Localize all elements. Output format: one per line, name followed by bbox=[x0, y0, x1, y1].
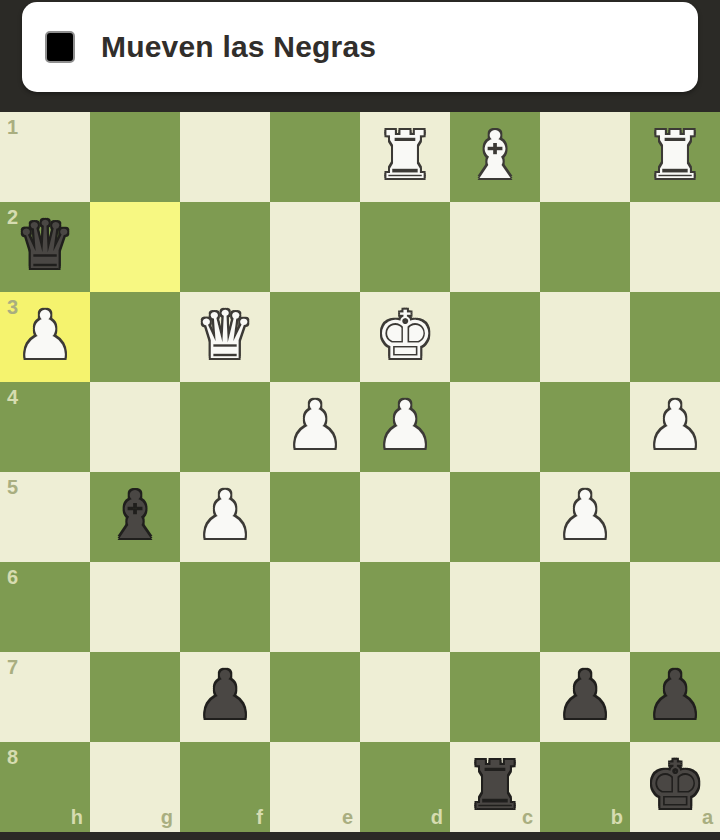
file-label-h: h bbox=[71, 806, 83, 829]
square-g2[interactable] bbox=[90, 202, 180, 292]
file-label-g: g bbox=[161, 806, 173, 829]
piece-white-pawn-d4[interactable]: ♟ bbox=[360, 382, 450, 472]
square-c8[interactable]: c♜ bbox=[450, 742, 540, 832]
square-g7[interactable] bbox=[90, 652, 180, 742]
square-e2[interactable] bbox=[270, 202, 360, 292]
square-c2[interactable] bbox=[450, 202, 540, 292]
square-g5[interactable]: ♝ bbox=[90, 472, 180, 562]
square-f1[interactable] bbox=[180, 112, 270, 202]
rank-label-8: 8 bbox=[7, 746, 18, 769]
piece-black-bishop-g5[interactable]: ♝ bbox=[90, 472, 180, 562]
piece-black-pawn-f7[interactable]: ♟ bbox=[180, 652, 270, 742]
square-e4[interactable]: ♟ bbox=[270, 382, 360, 472]
square-a1[interactable]: ♜ bbox=[630, 112, 720, 202]
chess-board: 1♜♝♜2♛3♟♛♚4♟♟♟5♝♟♟67♟♟♟8hgfedc♜ba♚ bbox=[0, 112, 720, 832]
rank-label-7: 7 bbox=[7, 656, 18, 679]
piece-white-bishop-c1[interactable]: ♝ bbox=[450, 112, 540, 202]
square-b5[interactable]: ♟ bbox=[540, 472, 630, 562]
square-f3[interactable]: ♛ bbox=[180, 292, 270, 382]
square-h6[interactable]: 6 bbox=[0, 562, 90, 652]
square-d7[interactable] bbox=[360, 652, 450, 742]
square-h3[interactable]: 3♟ bbox=[0, 292, 90, 382]
square-b4[interactable] bbox=[540, 382, 630, 472]
square-f8[interactable]: f bbox=[180, 742, 270, 832]
square-h1[interactable]: 1 bbox=[0, 112, 90, 202]
square-b2[interactable] bbox=[540, 202, 630, 292]
square-h8[interactable]: 8h bbox=[0, 742, 90, 832]
square-g1[interactable] bbox=[90, 112, 180, 202]
square-h7[interactable]: 7 bbox=[0, 652, 90, 742]
piece-white-pawn-f5[interactable]: ♟ bbox=[180, 472, 270, 562]
square-b6[interactable] bbox=[540, 562, 630, 652]
piece-white-queen-f3[interactable]: ♛ bbox=[180, 292, 270, 382]
file-label-f: f bbox=[256, 806, 263, 829]
square-f4[interactable] bbox=[180, 382, 270, 472]
square-e6[interactable] bbox=[270, 562, 360, 652]
square-f7[interactable]: ♟ bbox=[180, 652, 270, 742]
square-h5[interactable]: 5 bbox=[0, 472, 90, 562]
square-d5[interactable] bbox=[360, 472, 450, 562]
square-c7[interactable] bbox=[450, 652, 540, 742]
square-e5[interactable] bbox=[270, 472, 360, 562]
file-label-b: b bbox=[611, 806, 623, 829]
piece-black-pawn-a7[interactable]: ♟ bbox=[630, 652, 720, 742]
file-label-d: d bbox=[431, 806, 443, 829]
square-c5[interactable] bbox=[450, 472, 540, 562]
square-g8[interactable]: g bbox=[90, 742, 180, 832]
square-b8[interactable]: b bbox=[540, 742, 630, 832]
square-a6[interactable] bbox=[630, 562, 720, 652]
square-a3[interactable] bbox=[630, 292, 720, 382]
square-f6[interactable] bbox=[180, 562, 270, 652]
piece-white-rook-d1[interactable]: ♜ bbox=[360, 112, 450, 202]
piece-black-pawn-b7[interactable]: ♟ bbox=[540, 652, 630, 742]
square-f2[interactable] bbox=[180, 202, 270, 292]
square-c1[interactable]: ♝ bbox=[450, 112, 540, 202]
square-f5[interactable]: ♟ bbox=[180, 472, 270, 562]
turn-banner: Mueven las Negras bbox=[22, 2, 698, 92]
square-b3[interactable] bbox=[540, 292, 630, 382]
square-c6[interactable] bbox=[450, 562, 540, 652]
piece-white-pawn-b5[interactable]: ♟ bbox=[540, 472, 630, 562]
square-e7[interactable] bbox=[270, 652, 360, 742]
rank-label-6: 6 bbox=[7, 566, 18, 589]
black-turn-icon bbox=[45, 31, 75, 63]
piece-white-pawn-h3[interactable]: ♟ bbox=[0, 292, 90, 382]
square-g6[interactable] bbox=[90, 562, 180, 652]
square-e1[interactable] bbox=[270, 112, 360, 202]
square-b1[interactable] bbox=[540, 112, 630, 202]
square-a5[interactable] bbox=[630, 472, 720, 562]
square-d3[interactable]: ♚ bbox=[360, 292, 450, 382]
piece-black-queen-h2[interactable]: ♛ bbox=[0, 202, 90, 292]
square-d8[interactable]: d bbox=[360, 742, 450, 832]
square-c3[interactable] bbox=[450, 292, 540, 382]
square-a2[interactable] bbox=[630, 202, 720, 292]
square-d6[interactable] bbox=[360, 562, 450, 652]
square-g4[interactable] bbox=[90, 382, 180, 472]
turn-banner-label: Mueven las Negras bbox=[101, 30, 376, 64]
square-b7[interactable]: ♟ bbox=[540, 652, 630, 742]
square-a4[interactable]: ♟ bbox=[630, 382, 720, 472]
square-d2[interactable] bbox=[360, 202, 450, 292]
rank-label-5: 5 bbox=[7, 476, 18, 499]
square-h4[interactable]: 4 bbox=[0, 382, 90, 472]
square-a7[interactable]: ♟ bbox=[630, 652, 720, 742]
piece-black-king-a8[interactable]: ♚ bbox=[630, 742, 720, 832]
file-label-e: e bbox=[342, 806, 353, 829]
square-g3[interactable] bbox=[90, 292, 180, 382]
rank-label-1: 1 bbox=[7, 116, 18, 139]
square-c4[interactable] bbox=[450, 382, 540, 472]
square-d1[interactable]: ♜ bbox=[360, 112, 450, 202]
piece-white-rook-a1[interactable]: ♜ bbox=[630, 112, 720, 202]
piece-white-pawn-a4[interactable]: ♟ bbox=[630, 382, 720, 472]
square-a8[interactable]: a♚ bbox=[630, 742, 720, 832]
piece-black-rook-c8[interactable]: ♜ bbox=[450, 742, 540, 832]
square-d4[interactable]: ♟ bbox=[360, 382, 450, 472]
piece-white-king-d3[interactable]: ♚ bbox=[360, 292, 450, 382]
rank-label-4: 4 bbox=[7, 386, 18, 409]
square-e3[interactable] bbox=[270, 292, 360, 382]
square-e8[interactable]: e bbox=[270, 742, 360, 832]
square-h2[interactable]: 2♛ bbox=[0, 202, 90, 292]
piece-white-pawn-e4[interactable]: ♟ bbox=[270, 382, 360, 472]
chess-app: Mueven las Negras 1♜♝♜2♛3♟♛♚4♟♟♟5♝♟♟67♟♟… bbox=[0, 0, 720, 840]
